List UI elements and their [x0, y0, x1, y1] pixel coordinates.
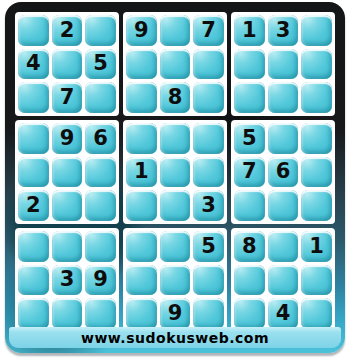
- sudoku-cell-r7c4[interactable]: [126, 231, 157, 262]
- sudoku-cell-r7c5[interactable]: [160, 231, 191, 262]
- board-frame: 245797813962135763959814 www.sudokusweb.…: [5, 2, 345, 353]
- sudoku-cell-r6c4[interactable]: [126, 190, 157, 221]
- sudoku-cell-r5c2[interactable]: [52, 157, 83, 188]
- sudoku-cell-r9c6[interactable]: [193, 298, 224, 329]
- sudoku-cell-r7c7: 8: [234, 231, 265, 262]
- sudoku-cell-r2c3: 5: [85, 49, 116, 80]
- footer-band: www.sudokusweb.com: [9, 327, 341, 348]
- sudoku-cell-r6c9[interactable]: [301, 190, 332, 221]
- sudoku-cell-r3c1[interactable]: [18, 82, 49, 113]
- sudoku-box-6: 576: [231, 120, 335, 224]
- sudoku-cell-r3c5: 8: [160, 82, 191, 113]
- sudoku-cell-r8c1[interactable]: [18, 265, 49, 296]
- sudoku-cell-r7c1[interactable]: [18, 231, 49, 262]
- sudoku-cell-r6c5[interactable]: [160, 190, 191, 221]
- sudoku-cell-r6c1: 2: [18, 190, 49, 221]
- sudoku-box-7: 39: [15, 228, 119, 332]
- sudoku-cell-r1c4: 9: [126, 15, 157, 46]
- sudoku-cell-r9c4[interactable]: [126, 298, 157, 329]
- sudoku-cell-r3c6[interactable]: [193, 82, 224, 113]
- sudoku-cell-r2c5[interactable]: [160, 49, 191, 80]
- sudoku-cell-r9c9[interactable]: [301, 298, 332, 329]
- sudoku-cell-r5c6[interactable]: [193, 157, 224, 188]
- sudoku-cell-r5c8: 6: [268, 157, 299, 188]
- sudoku-cell-r2c1: 4: [18, 49, 49, 80]
- sudoku-cell-r1c8: 3: [268, 15, 299, 46]
- sudoku-cell-r8c5[interactable]: [160, 265, 191, 296]
- sudoku-cell-r5c7: 7: [234, 157, 265, 188]
- sudoku-cell-r4c5[interactable]: [160, 123, 191, 154]
- sudoku-cell-r7c3[interactable]: [85, 231, 116, 262]
- sudoku-cell-r3c3[interactable]: [85, 82, 116, 113]
- sudoku-cell-r5c1[interactable]: [18, 157, 49, 188]
- sudoku-cell-r4c6[interactable]: [193, 123, 224, 154]
- sudoku-box-1: 2457: [15, 12, 119, 116]
- sudoku-cell-r2c8[interactable]: [268, 49, 299, 80]
- sudoku-cell-r4c1[interactable]: [18, 123, 49, 154]
- sudoku-cell-r6c3[interactable]: [85, 190, 116, 221]
- sudoku-cell-r9c1[interactable]: [18, 298, 49, 329]
- sudoku-cell-r4c2: 9: [52, 123, 83, 154]
- sudoku-cell-r8c7[interactable]: [234, 265, 265, 296]
- sudoku-cell-r9c5: 9: [160, 298, 191, 329]
- sudoku-cell-r6c6: 3: [193, 190, 224, 221]
- sudoku-cell-r8c9[interactable]: [301, 265, 332, 296]
- sudoku-cell-r9c2[interactable]: [52, 298, 83, 329]
- sudoku-cell-r8c2: 3: [52, 265, 83, 296]
- sudoku-cell-r4c3: 6: [85, 123, 116, 154]
- sudoku-cell-r1c9[interactable]: [301, 15, 332, 46]
- sudoku-cell-r7c9: 1: [301, 231, 332, 262]
- sudoku-cell-r5c3[interactable]: [85, 157, 116, 188]
- sudoku-cell-r1c1[interactable]: [18, 15, 49, 46]
- sudoku-box-8: 59: [123, 228, 227, 332]
- site-url: www.sudokusweb.com: [81, 330, 269, 346]
- sudoku-cell-r5c5[interactable]: [160, 157, 191, 188]
- sudoku-cell-r7c2[interactable]: [52, 231, 83, 262]
- sudoku-cell-r1c7: 1: [234, 15, 265, 46]
- sudoku-cell-r7c6: 5: [193, 231, 224, 262]
- sudoku-cell-r9c7[interactable]: [234, 298, 265, 329]
- sudoku-cell-r4c9[interactable]: [301, 123, 332, 154]
- sudoku-box-3: 13: [231, 12, 335, 116]
- sudoku-cell-r3c8[interactable]: [268, 82, 299, 113]
- sudoku-cell-r2c9[interactable]: [301, 49, 332, 80]
- sudoku-cell-r6c8[interactable]: [268, 190, 299, 221]
- sudoku-cell-r8c3: 9: [85, 265, 116, 296]
- sudoku-cell-r1c3[interactable]: [85, 15, 116, 46]
- sudoku-cell-r8c6[interactable]: [193, 265, 224, 296]
- sudoku-cell-r8c8[interactable]: [268, 265, 299, 296]
- sudoku-cell-r8c4[interactable]: [126, 265, 157, 296]
- sudoku-cell-r1c5[interactable]: [160, 15, 191, 46]
- sudoku-cell-r1c2: 2: [52, 15, 83, 46]
- sudoku-cell-r2c4[interactable]: [126, 49, 157, 80]
- sudoku-cell-r9c8: 4: [268, 298, 299, 329]
- sudoku-box-5: 13: [123, 120, 227, 224]
- sudoku-cell-r5c9[interactable]: [301, 157, 332, 188]
- sudoku-box-4: 962: [15, 120, 119, 224]
- sudoku-cell-r6c2[interactable]: [52, 190, 83, 221]
- sudoku-cell-r9c3[interactable]: [85, 298, 116, 329]
- sudoku-cell-r4c4[interactable]: [126, 123, 157, 154]
- sudoku-cell-r3c7[interactable]: [234, 82, 265, 113]
- sudoku-cell-r2c6[interactable]: [193, 49, 224, 80]
- sudoku-cell-r3c9[interactable]: [301, 82, 332, 113]
- sudoku-cell-r4c7: 5: [234, 123, 265, 154]
- sudoku-cell-r2c2[interactable]: [52, 49, 83, 80]
- sudoku-cell-r6c7[interactable]: [234, 190, 265, 221]
- sudoku-cell-r4c8[interactable]: [268, 123, 299, 154]
- sudoku-cell-r5c4: 1: [126, 157, 157, 188]
- sudoku-box-9: 814: [231, 228, 335, 332]
- sudoku-cell-r3c4[interactable]: [126, 82, 157, 113]
- page: 245797813962135763959814 www.sudokusweb.…: [0, 0, 350, 360]
- sudoku-box-2: 978: [123, 12, 227, 116]
- sudoku-cell-r2c7[interactable]: [234, 49, 265, 80]
- sudoku-cell-r7c8[interactable]: [268, 231, 299, 262]
- sudoku-cell-r3c2: 7: [52, 82, 83, 113]
- sudoku-board: 245797813962135763959814: [15, 12, 335, 332]
- sudoku-cell-r1c6: 7: [193, 15, 224, 46]
